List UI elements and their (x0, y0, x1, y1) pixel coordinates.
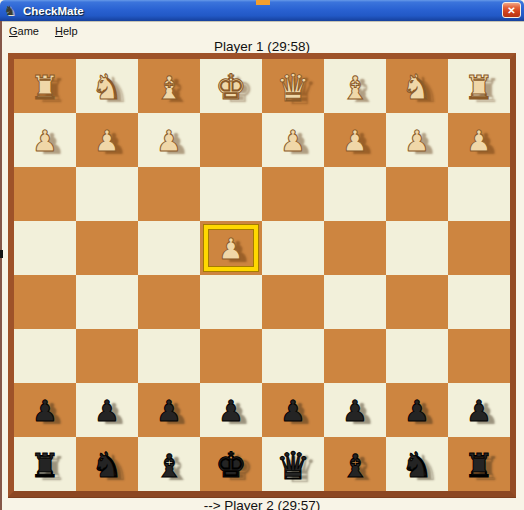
square-e6[interactable] (200, 329, 262, 383)
white-pawn: ♟ (404, 124, 430, 156)
square-c4[interactable] (324, 221, 386, 275)
square-f5[interactable] (138, 275, 200, 329)
square-a5[interactable] (448, 275, 510, 329)
square-h7[interactable]: ♟ (14, 383, 76, 437)
square-b8[interactable]: ♞ (386, 437, 448, 491)
square-f2[interactable]: ♟ (138, 113, 200, 167)
black-rook: ♜ (464, 446, 494, 482)
square-a6[interactable] (448, 329, 510, 383)
white-pawn: ♟ (94, 124, 120, 156)
white-pawn: ♟ (280, 124, 306, 156)
close-button[interactable]: ✕ (502, 2, 521, 18)
black-bishop: ♝ (341, 447, 370, 482)
square-h2[interactable]: ♟ (14, 113, 76, 167)
square-a7[interactable]: ♟ (448, 383, 510, 437)
white-bishop: ♝ (341, 69, 370, 104)
square-b4[interactable] (386, 221, 448, 275)
left-window-edge (0, 21, 2, 510)
black-pawn: ♟ (342, 394, 368, 426)
square-c1[interactable]: ♝ (324, 59, 386, 113)
black-pawn: ♟ (280, 394, 306, 426)
menu-bar: Game Help (2, 24, 81, 39)
square-f8[interactable]: ♝ (138, 437, 200, 491)
client-area: Game Help Player 1 (29:58) ♜♞♝♚♛♝♞♜♟♟♟♟♟… (0, 21, 524, 510)
square-c8[interactable]: ♝ (324, 437, 386, 491)
square-d8[interactable]: ♛ (262, 437, 324, 491)
board-frame: ♜♞♝♚♛♝♞♜♟♟♟♟♟♟♟♟♟♟♟♟♟♟♟♟♜♞♝♚♛♝♞♜ (8, 53, 516, 497)
square-f7[interactable]: ♟ (138, 383, 200, 437)
window-title: CheckMate (23, 5, 84, 17)
square-a2[interactable]: ♟ (448, 113, 510, 167)
square-h8[interactable]: ♜ (14, 437, 76, 491)
chess-board: ♜♞♝♚♛♝♞♜♟♟♟♟♟♟♟♟♟♟♟♟♟♟♟♟♜♞♝♚♛♝♞♜ (14, 59, 510, 491)
square-b5[interactable] (386, 275, 448, 329)
white-pawn: ♟ (342, 124, 368, 156)
black-pawn: ♟ (156, 394, 182, 426)
white-pawn: ♟ (32, 124, 58, 156)
square-g5[interactable] (76, 275, 138, 329)
square-d3[interactable] (262, 167, 324, 221)
square-e5[interactable] (200, 275, 262, 329)
square-e4[interactable]: ♟ (200, 221, 262, 275)
square-d4[interactable] (262, 221, 324, 275)
square-a8[interactable]: ♜ (448, 437, 510, 491)
square-d1[interactable]: ♛ (262, 59, 324, 113)
square-g3[interactable] (76, 167, 138, 221)
square-b2[interactable]: ♟ (386, 113, 448, 167)
square-h3[interactable] (14, 167, 76, 221)
black-pawn: ♟ (466, 394, 492, 426)
white-rook: ♜ (464, 68, 494, 104)
white-pawn: ♟ (156, 124, 182, 156)
square-g6[interactable] (76, 329, 138, 383)
black-knight: ♞ (91, 445, 122, 483)
square-c5[interactable] (324, 275, 386, 329)
square-d7[interactable]: ♟ (262, 383, 324, 437)
white-king: ♚ (215, 67, 246, 105)
black-queen: ♛ (276, 444, 310, 485)
square-g8[interactable]: ♞ (76, 437, 138, 491)
screen-artifact-orange (256, 0, 270, 5)
square-e3[interactable] (200, 167, 262, 221)
square-f3[interactable] (138, 167, 200, 221)
black-king: ♚ (215, 445, 246, 483)
white-pawn: ♟ (466, 124, 492, 156)
square-h5[interactable] (14, 275, 76, 329)
white-bishop: ♝ (155, 69, 184, 104)
square-f1[interactable]: ♝ (138, 59, 200, 113)
square-b1[interactable]: ♞ (386, 59, 448, 113)
square-a4[interactable] (448, 221, 510, 275)
square-c3[interactable] (324, 167, 386, 221)
white-rook: ♜ (30, 68, 60, 104)
square-e1[interactable]: ♚ (200, 59, 262, 113)
white-knight: ♞ (91, 67, 122, 105)
black-rook: ♜ (30, 446, 60, 482)
square-g7[interactable]: ♟ (76, 383, 138, 437)
square-d2[interactable]: ♟ (262, 113, 324, 167)
square-e8[interactable]: ♚ (200, 437, 262, 491)
player2-clock-label: --> Player 2 (29:57) (0, 498, 524, 510)
square-d5[interactable] (262, 275, 324, 329)
square-h4[interactable] (14, 221, 76, 275)
left-edge-notch (0, 250, 3, 258)
square-b3[interactable] (386, 167, 448, 221)
square-c2[interactable]: ♟ (324, 113, 386, 167)
square-b6[interactable] (386, 329, 448, 383)
black-bishop: ♝ (155, 447, 184, 482)
menu-help[interactable]: Help (52, 24, 81, 39)
white-queen: ♛ (276, 66, 310, 107)
black-pawn: ♟ (218, 394, 244, 426)
square-f4[interactable] (138, 221, 200, 275)
square-a1[interactable]: ♜ (448, 59, 510, 113)
square-c6[interactable] (324, 329, 386, 383)
square-c7[interactable]: ♟ (324, 383, 386, 437)
white-pawn: ♟ (218, 232, 244, 264)
square-e7[interactable]: ♟ (200, 383, 262, 437)
square-g1[interactable]: ♞ (76, 59, 138, 113)
black-pawn: ♟ (404, 394, 430, 426)
square-d6[interactable] (262, 329, 324, 383)
square-h6[interactable] (14, 329, 76, 383)
square-b7[interactable]: ♟ (386, 383, 448, 437)
square-h1[interactable]: ♜ (14, 59, 76, 113)
square-g4[interactable] (76, 221, 138, 275)
close-icon: ✕ (507, 5, 515, 16)
black-knight: ♞ (401, 445, 432, 483)
square-a3[interactable] (448, 167, 510, 221)
menu-game[interactable]: Game (6, 24, 42, 39)
square-g2[interactable]: ♟ (76, 113, 138, 167)
black-pawn: ♟ (94, 394, 120, 426)
black-pawn: ♟ (32, 394, 58, 426)
square-e2[interactable] (200, 113, 262, 167)
white-knight: ♞ (401, 67, 432, 105)
app-knight-icon: ♞ (4, 4, 18, 18)
square-f6[interactable] (138, 329, 200, 383)
player1-clock-label: Player 1 (29:58) (0, 39, 524, 54)
